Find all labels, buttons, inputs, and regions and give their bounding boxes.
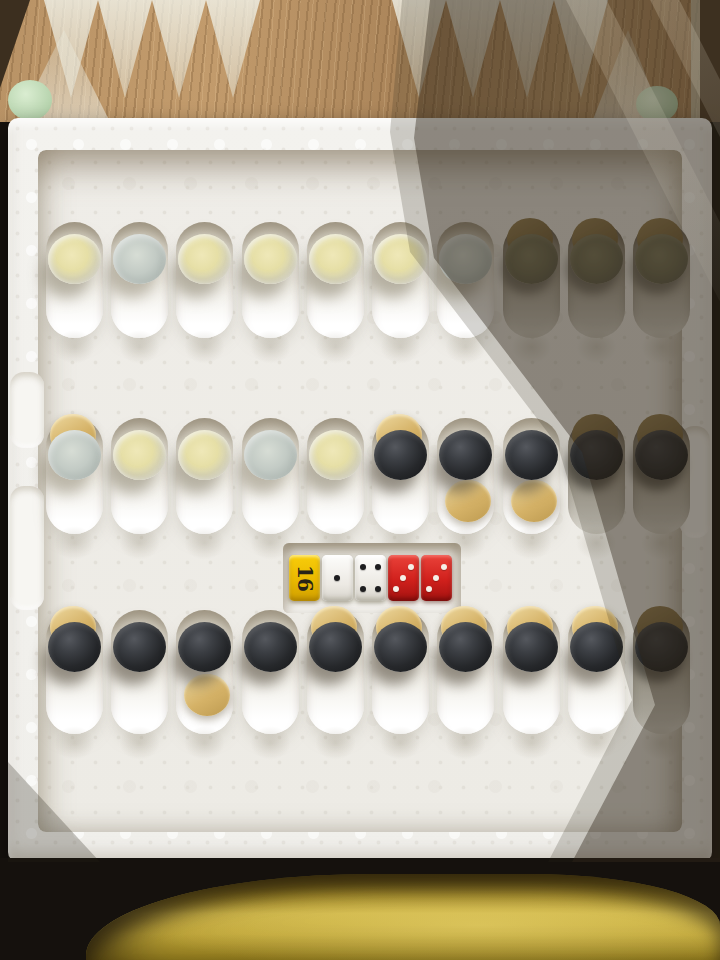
glass-checker[interactable]	[48, 430, 101, 480]
pip	[440, 572, 448, 583]
board-point-frosted	[98, 0, 152, 98]
white-checker[interactable]	[178, 234, 231, 284]
pip	[359, 572, 367, 583]
wooden-chip[interactable]	[511, 480, 557, 522]
black-checker[interactable]	[178, 622, 231, 672]
pip	[341, 561, 349, 572]
tray-row-3	[46, 610, 690, 734]
styrofoam-tray: 16	[8, 118, 712, 862]
tray-slot	[372, 418, 429, 534]
black-checker[interactable]	[439, 430, 492, 480]
pip	[326, 584, 334, 595]
black-checker[interactable]	[374, 622, 427, 672]
pip	[433, 584, 441, 595]
tray-slot	[111, 222, 168, 338]
tray-slot	[242, 610, 299, 734]
tray-slot	[568, 610, 625, 734]
white-checker[interactable]	[244, 234, 297, 284]
white-die[interactable]	[355, 555, 386, 601]
pip	[341, 584, 349, 595]
tray-slot	[307, 418, 364, 534]
glass-checker[interactable]	[439, 234, 492, 284]
board-point-frosted	[500, 0, 554, 98]
pip	[359, 561, 367, 572]
red-die[interactable]	[421, 555, 452, 601]
doubling-cube-value: 16	[282, 563, 328, 594]
tray-slot	[307, 222, 364, 338]
tray-slot	[437, 610, 494, 734]
tray-slot	[111, 418, 168, 534]
black-checker[interactable]	[244, 622, 297, 672]
white-checker[interactable]	[374, 234, 427, 284]
wood-shadow-corner	[0, 0, 30, 88]
pip	[407, 561, 415, 572]
pip	[359, 584, 367, 595]
tray-slot	[46, 610, 103, 734]
tray-rim-notch	[10, 372, 44, 448]
glass-checker[interactable]	[244, 430, 297, 480]
pip	[367, 584, 375, 595]
pip	[400, 561, 408, 572]
white-checker[interactable]	[178, 430, 231, 480]
black-checker[interactable]	[374, 430, 427, 480]
pip	[433, 561, 441, 572]
glass-checker[interactable]	[113, 234, 166, 284]
tray-slot	[242, 418, 299, 534]
pip	[433, 572, 441, 583]
tray-slot	[503, 418, 560, 534]
pip	[392, 572, 400, 583]
pip	[400, 584, 408, 595]
pip	[341, 572, 349, 583]
white-checker[interactable]	[505, 234, 558, 284]
pip	[367, 572, 375, 583]
tray-slot	[176, 610, 233, 734]
tray-slot	[372, 222, 429, 338]
pip	[425, 584, 433, 595]
tray-slot	[437, 418, 494, 534]
board-point-frosted	[206, 0, 260, 98]
tray-slot	[568, 418, 625, 534]
pip	[334, 572, 342, 583]
tray-slot	[568, 222, 625, 338]
pip	[334, 561, 342, 572]
tray-slot	[111, 610, 168, 734]
white-checker[interactable]	[48, 234, 101, 284]
pip	[407, 584, 415, 595]
tray-slot	[372, 610, 429, 734]
pip	[367, 561, 375, 572]
glass-foot	[8, 80, 52, 120]
photo-backgammon-set: 16	[0, 0, 720, 960]
pip	[326, 572, 334, 583]
black-checker[interactable]	[309, 622, 362, 672]
glass-foot	[636, 86, 678, 122]
white-checker[interactable]	[113, 430, 166, 480]
black-checker[interactable]	[113, 622, 166, 672]
dice-compartment: 16	[283, 543, 461, 613]
pip	[374, 584, 382, 595]
doubling-cube[interactable]: 16	[289, 555, 320, 601]
tray-slot	[633, 222, 690, 338]
black-checker[interactable]	[48, 622, 101, 672]
black-checker[interactable]	[505, 430, 558, 480]
die-pips	[326, 561, 349, 595]
black-checker[interactable]	[635, 430, 688, 480]
pip	[440, 561, 448, 572]
pip	[400, 572, 408, 583]
white-checker[interactable]	[309, 430, 362, 480]
tray-row-1	[46, 222, 690, 338]
tray-slot	[176, 222, 233, 338]
pip	[374, 572, 382, 583]
pip	[440, 584, 448, 595]
backgammon-board-background	[0, 0, 720, 122]
wooden-chip[interactable]	[445, 480, 491, 522]
red-die[interactable]	[388, 555, 419, 601]
tray-slot	[503, 610, 560, 734]
pip	[425, 572, 433, 583]
board-point-frosted	[446, 0, 500, 98]
white-checker[interactable]	[570, 234, 623, 284]
die-pips	[359, 561, 382, 595]
board-point-frosted	[392, 0, 446, 98]
pip	[407, 572, 415, 583]
tray-slot	[633, 610, 690, 734]
board-point-frosted	[554, 0, 608, 98]
white-checker[interactable]	[309, 234, 362, 284]
pip	[326, 561, 334, 572]
black-checker[interactable]	[570, 622, 623, 672]
board-point-frosted	[152, 0, 206, 98]
black-checker[interactable]	[635, 622, 688, 672]
black-checker[interactable]	[570, 430, 623, 480]
die-pips	[392, 561, 415, 595]
tray-slot	[46, 418, 103, 534]
black-checker[interactable]	[505, 622, 558, 672]
tray-slot	[437, 222, 494, 338]
wooden-chip[interactable]	[184, 674, 230, 716]
pip	[334, 584, 342, 595]
pip	[425, 561, 433, 572]
die-pips	[425, 561, 448, 595]
tray-row-2	[46, 418, 690, 534]
tray-slot	[503, 222, 560, 338]
pip	[392, 584, 400, 595]
pip	[392, 561, 400, 572]
black-checker[interactable]	[439, 622, 492, 672]
tray-slot	[307, 610, 364, 734]
wood-shadow-corner	[700, 0, 720, 122]
tray-slot	[176, 418, 233, 534]
tray-slot	[46, 222, 103, 338]
white-die[interactable]	[322, 555, 353, 601]
tray-slot	[242, 222, 299, 338]
glass-board-edge	[691, 0, 700, 122]
tray-rim-notch	[10, 486, 44, 610]
white-checker[interactable]	[635, 234, 688, 284]
tray-slot	[633, 418, 690, 534]
pip	[374, 561, 382, 572]
